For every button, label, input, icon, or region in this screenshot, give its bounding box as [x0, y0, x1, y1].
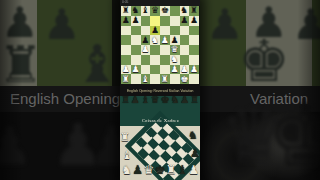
caption-bar: English Opening: Reversed Sicilian Varia… [120, 84, 200, 96]
square-f5: ♟ [170, 35, 180, 45]
illustration-piece: ♞ [170, 96, 179, 105]
square-c6 [141, 26, 151, 36]
square-h5 [189, 35, 199, 45]
square-b3 [131, 55, 141, 65]
black-knight-b8: ♞ [132, 6, 140, 15]
illustration-piece: ♜ [121, 96, 130, 105]
square-h4 [189, 45, 199, 55]
square-f7 [170, 16, 180, 26]
white-rook-a1: ♜ [122, 75, 130, 84]
pawn-figure: ♟ [190, 148, 200, 159]
square-h6 [189, 26, 199, 36]
white-rook-e1: ♜ [161, 75, 169, 84]
square-e1: ♜ [160, 74, 170, 84]
square-f4: ♛ [170, 45, 180, 55]
white-pawn-c4: ♟ [141, 45, 149, 54]
square-e8: ♚ [160, 6, 170, 16]
square-h7: ♟ [189, 16, 199, 26]
illustration-piece: ♟ [188, 164, 199, 176]
illustration-piece: ♚ [160, 96, 169, 105]
black-queen-d8: ♛ [151, 6, 159, 15]
illustration-piece: ♝ [177, 164, 188, 176]
caption-text: English Opening: Reversed Sicilian Varia… [127, 88, 193, 91]
square-h2: ♟ [189, 65, 199, 75]
square-a7: ♟ [121, 16, 131, 26]
square-g5 [180, 35, 190, 45]
square-e7 [160, 16, 170, 26]
square-d6: ♟ [150, 26, 160, 36]
square-e4 [160, 45, 170, 55]
banner-text: Coisas de Xadrez [141, 118, 178, 123]
square-g3 [180, 55, 190, 65]
square-g2: ♟ [180, 65, 190, 75]
square-d4 [150, 45, 160, 55]
white-pawn-f2: ♟ [171, 65, 179, 74]
square-h3 [189, 55, 199, 65]
illustration-piece: ♟ [132, 164, 143, 176]
illustration-piece: ♞ [121, 164, 132, 176]
white-bishop-c1: ♝ [141, 75, 149, 84]
bishop-figure: ♝ [122, 150, 132, 161]
black-pawn-g7: ♟ [180, 16, 188, 25]
square-a3 [121, 55, 131, 65]
square-c5: ♟ [141, 35, 151, 45]
black-rook-a8: ♜ [122, 6, 130, 15]
square-f2: ♟ [170, 65, 180, 75]
blurred-bishop-silhouette: ♝ [74, 38, 121, 88]
blurred-pawn-silhouette: ♟ [0, 120, 33, 172]
square-a2: ♟ [121, 65, 131, 75]
blurred-rook-silhouette: ♜ [0, 40, 43, 88]
square-a6 [121, 26, 131, 36]
square-a4 [121, 45, 131, 55]
square-g7: ♟ [180, 16, 190, 26]
black-pawn-f5: ♟ [171, 36, 179, 45]
black-pawn-b7: ♟ [132, 16, 140, 25]
illustration-piece: ♝ [141, 96, 150, 105]
illustration-piece: ♛ [151, 96, 160, 105]
square-a5 [121, 35, 131, 45]
illustration-piece: ♚ [155, 164, 166, 176]
black-knight-g8: ♞ [180, 6, 188, 15]
white-pawn-g2: ♟ [180, 65, 188, 74]
black-pawn-d6: ♟ [151, 26, 159, 35]
square-f1 [170, 74, 180, 84]
illustration-piece: ♟ [180, 96, 189, 105]
square-g6 [180, 26, 190, 36]
square-d7 [150, 16, 160, 26]
chess-board: ♜♞♝♛♚♞♜♟♟♟♟♟♟♞♟♟♟♛♞♟♟♟♟♟♜♝♜♚ [121, 6, 199, 84]
square-a8: ♜ [121, 6, 131, 16]
white-pawn-h2: ♟ [190, 65, 198, 74]
black-pawn-h7: ♟ [190, 16, 198, 25]
illustration-top-piece-row: ♜♟♝♛♚♞♟♜ [120, 96, 200, 105]
black-pawn-c5: ♟ [141, 36, 149, 45]
square-b2: ♟ [131, 65, 141, 75]
square-d5: ♞ [150, 35, 160, 45]
chess-set-illustration: ♜♟♝♛♚♞♟♜ Coisas de Xadrez ♜♞♝♟ ♞♟♛♚♜♝♟ [120, 96, 200, 180]
video-player[interactable]: 0:05 ♜♞♝♛♚♞♜♟♟♟♟♟♟♞♟♟♟♛♞♟♟♟♟♟♜♝♜♚ Englis… [120, 0, 200, 180]
black-pawn-a7: ♟ [122, 16, 130, 25]
square-f6 [170, 26, 180, 36]
square-c3 [141, 55, 151, 65]
square-c4: ♟ [141, 45, 151, 55]
white-king-g1: ♚ [180, 75, 188, 84]
square-d1 [150, 74, 160, 84]
square-e5: ♟ [160, 35, 170, 45]
illustration-banner: Coisas de Xadrez [120, 108, 200, 126]
square-c2 [141, 65, 151, 75]
square-e2 [160, 65, 170, 75]
illustration-bottom-piece-row: ♞♟♛♚♜♝♟ [120, 164, 200, 176]
square-c7 [141, 16, 151, 26]
square-f8 [170, 6, 180, 16]
rook-figure: ♜ [120, 132, 130, 143]
white-pawn-e5: ♟ [161, 36, 169, 45]
square-g4 [180, 45, 190, 55]
square-f3: ♞ [170, 55, 180, 65]
illustration-piece: ♜ [166, 164, 177, 176]
white-pawn-b2: ♟ [132, 65, 140, 74]
square-a1: ♜ [121, 74, 131, 84]
white-queen-f4: ♛ [171, 45, 179, 54]
blurred-pawn-silhouette: ♟ [292, 4, 320, 46]
knight-figure: ♞ [188, 130, 198, 141]
square-c1: ♝ [141, 74, 151, 84]
square-b6 [131, 26, 141, 36]
square-d8: ♛ [150, 6, 160, 16]
square-e6 [160, 26, 170, 36]
illustration-piece: ♟ [131, 96, 140, 105]
blurred-king-silhouette: ♚ [266, 92, 320, 180]
square-c8: ♝ [141, 6, 151, 16]
square-b1 [131, 74, 141, 84]
square-b5 [131, 35, 141, 45]
black-bishop-c8: ♝ [141, 6, 149, 15]
square-b7: ♟ [131, 16, 141, 26]
white-pawn-a2: ♟ [122, 65, 130, 74]
illustration-piece: ♛ [143, 164, 154, 176]
blurred-king-silhouette: ♚ [238, 32, 290, 88]
black-king-e8: ♚ [161, 6, 169, 15]
square-g8: ♞ [180, 6, 190, 16]
square-b4 [131, 45, 141, 55]
topbar-text: 0:05 [122, 0, 128, 3]
square-h8: ♜ [189, 6, 199, 16]
square-h1 [189, 74, 199, 84]
square-d2 [150, 65, 160, 75]
black-rook-h8: ♜ [190, 6, 198, 15]
white-knight-d5: ♞ [151, 36, 159, 45]
illustration-piece: ♜ [190, 96, 199, 105]
video-frame: ♟♟♜♝♟♟♟♚ English Opening: Re Variation ♟… [0, 0, 320, 180]
square-e3 [160, 55, 170, 65]
square-d3 [150, 55, 160, 65]
square-b8: ♞ [131, 6, 141, 16]
white-knight-f3: ♞ [171, 55, 179, 64]
square-g1: ♚ [180, 74, 190, 84]
